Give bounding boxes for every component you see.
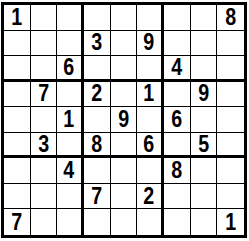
sudoku-board: 18396472191963865487271 <box>1 2 247 238</box>
cell-r3c7[interactable]: 4 <box>164 56 191 82</box>
cell-r3c9[interactable] <box>217 56 244 82</box>
cell-r6c3[interactable] <box>57 133 84 159</box>
cell-r9c1[interactable]: 7 <box>4 209 31 235</box>
given-digit: 4 <box>171 56 182 80</box>
cell-r5c6[interactable] <box>137 107 164 133</box>
given-digit: 6 <box>144 133 155 157</box>
cell-r4c1[interactable] <box>4 82 31 108</box>
cell-r3c6[interactable] <box>137 56 164 82</box>
cell-r7c1[interactable] <box>4 158 31 184</box>
cell-r7c9[interactable] <box>217 158 244 184</box>
cell-r9c9[interactable]: 1 <box>217 209 244 235</box>
cell-r9c3[interactable] <box>57 209 84 235</box>
cell-r6c2[interactable]: 3 <box>31 133 58 159</box>
cell-r7c6[interactable] <box>137 158 164 184</box>
cell-r2c4[interactable]: 3 <box>84 31 111 57</box>
cell-r7c7[interactable]: 8 <box>164 158 191 184</box>
given-digit: 8 <box>225 5 236 30</box>
cell-r9c4[interactable] <box>84 209 111 235</box>
given-digit: 1 <box>225 210 236 235</box>
cell-r8c2[interactable] <box>31 184 58 210</box>
cell-r3c3[interactable]: 6 <box>57 56 84 82</box>
cell-r2c7[interactable] <box>164 31 191 57</box>
cell-r4c3[interactable] <box>57 82 84 108</box>
cell-r6c8[interactable]: 5 <box>191 133 218 159</box>
cell-r8c9[interactable] <box>217 184 244 210</box>
cell-r5c7[interactable]: 6 <box>164 107 191 133</box>
given-digit: 7 <box>38 82 49 107</box>
cell-r1c2[interactable] <box>31 5 58 31</box>
given-digit: 1 <box>11 5 22 30</box>
sudoku-screenshot: 18396472191963865487271 <box>0 0 249 241</box>
cell-r6c6[interactable]: 6 <box>137 133 164 159</box>
cell-r3c5[interactable] <box>111 56 138 82</box>
cell-r8c6[interactable]: 2 <box>137 184 164 210</box>
cell-r1c4[interactable] <box>84 5 111 31</box>
cell-r1c7[interactable] <box>164 5 191 31</box>
cell-r7c3[interactable]: 4 <box>57 158 84 184</box>
cell-r1c9[interactable]: 8 <box>217 5 244 31</box>
given-digit: 9 <box>144 31 155 56</box>
cell-r2c5[interactable] <box>111 31 138 57</box>
cell-r4c9[interactable] <box>217 82 244 108</box>
given-digit: 9 <box>198 82 209 107</box>
given-digit: 6 <box>64 56 75 80</box>
cell-r3c1[interactable] <box>4 56 31 82</box>
given-digit: 8 <box>91 133 102 157</box>
cell-r9c7[interactable] <box>164 209 191 235</box>
cell-r8c3[interactable] <box>57 184 84 210</box>
cell-r2c8[interactable] <box>191 31 218 57</box>
cell-r2c6[interactable]: 9 <box>137 31 164 57</box>
cell-r5c9[interactable] <box>217 107 244 133</box>
cell-r6c7[interactable] <box>164 133 191 159</box>
cell-r1c5[interactable] <box>111 5 138 31</box>
cell-r4c6[interactable]: 1 <box>137 82 164 108</box>
cell-r3c2[interactable] <box>31 56 58 82</box>
given-digit: 1 <box>144 82 155 107</box>
cell-r5c1[interactable] <box>4 107 31 133</box>
cell-r1c8[interactable] <box>191 5 218 31</box>
cell-r8c5[interactable] <box>111 184 138 210</box>
given-digit: 2 <box>91 82 102 107</box>
cell-r2c9[interactable] <box>217 31 244 57</box>
cell-r5c2[interactable] <box>31 107 58 133</box>
cell-r8c7[interactable] <box>164 184 191 210</box>
given-digit: 2 <box>144 184 155 209</box>
cell-r7c5[interactable] <box>111 158 138 184</box>
cell-r1c1[interactable]: 1 <box>4 5 31 31</box>
given-digit: 6 <box>171 107 182 132</box>
cell-r7c8[interactable] <box>191 158 218 184</box>
cell-r5c4[interactable] <box>84 107 111 133</box>
given-digit: 9 <box>118 107 129 132</box>
cell-r1c6[interactable] <box>137 5 164 31</box>
cell-r5c5[interactable]: 9 <box>111 107 138 133</box>
cell-r9c8[interactable] <box>191 209 218 235</box>
cell-r1c3[interactable] <box>57 5 84 31</box>
cell-r6c1[interactable] <box>4 133 31 159</box>
cell-r4c5[interactable] <box>111 82 138 108</box>
given-digit: 1 <box>64 107 75 132</box>
given-digit: 5 <box>198 133 209 157</box>
cell-r3c8[interactable] <box>191 56 218 82</box>
given-digit: 3 <box>38 133 49 157</box>
cell-r8c1[interactable] <box>4 184 31 210</box>
cell-r7c4[interactable] <box>84 158 111 184</box>
cell-r2c1[interactable] <box>4 31 31 57</box>
cell-r6c4[interactable]: 8 <box>84 133 111 159</box>
cell-r9c5[interactable] <box>111 209 138 235</box>
cell-r6c9[interactable] <box>217 133 244 159</box>
cell-r9c2[interactable] <box>31 209 58 235</box>
given-digit: 4 <box>64 158 75 183</box>
cell-r7c2[interactable] <box>31 158 58 184</box>
cell-r2c3[interactable] <box>57 31 84 57</box>
cell-r4c2[interactable]: 7 <box>31 82 58 108</box>
cell-r9c6[interactable] <box>137 209 164 235</box>
cell-r8c8[interactable] <box>191 184 218 210</box>
cell-r8c4[interactable]: 7 <box>84 184 111 210</box>
cell-r4c8[interactable]: 9 <box>191 82 218 108</box>
cell-r4c4[interactable]: 2 <box>84 82 111 108</box>
given-digit: 7 <box>91 184 102 209</box>
given-digit: 7 <box>11 210 22 235</box>
cell-r5c3[interactable]: 1 <box>57 107 84 133</box>
given-digit: 3 <box>91 31 102 56</box>
cell-r3c4[interactable] <box>84 56 111 82</box>
cell-r6c5[interactable] <box>111 133 138 159</box>
cell-r2c2[interactable] <box>31 31 58 57</box>
cell-r4c7[interactable] <box>164 82 191 108</box>
given-digit: 8 <box>171 158 182 183</box>
cell-r5c8[interactable] <box>191 107 218 133</box>
